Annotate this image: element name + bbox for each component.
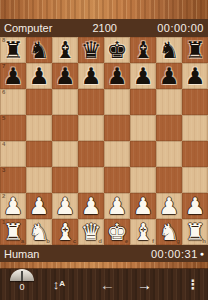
square-e7[interactable]: ♟: [104, 63, 130, 89]
turn-indicator-dot: ●: [200, 250, 204, 257]
chess-board: 8♜♞♝♛♚♝♞♜7♟♟♟♟♟♟♟♟65432♟♟♟♟♟♟♟♟1a♜b♞c♝d♛…: [0, 37, 208, 245]
square-d5[interactable]: [78, 115, 104, 141]
square-f4[interactable]: [130, 141, 156, 167]
square-a5[interactable]: 5: [0, 115, 26, 141]
square-h5[interactable]: [182, 115, 208, 141]
opponent-rating: 2100: [52, 22, 157, 34]
square-h1[interactable]: h♜: [182, 219, 208, 245]
player-bar: Human 00:00:31 ●: [0, 245, 208, 262]
square-c8[interactable]: ♝: [52, 37, 78, 63]
piece-black-queen[interactable]: ♛: [81, 37, 102, 63]
piece-white-pawn[interactable]: ♟: [29, 193, 50, 219]
square-g5[interactable]: [156, 115, 182, 141]
square-f7[interactable]: ♟: [130, 63, 156, 89]
square-a7[interactable]: 7♟: [0, 63, 26, 89]
piece-white-bishop[interactable]: ♝: [133, 219, 154, 245]
rank-label-4: 4: [2, 141, 5, 148]
square-d6[interactable]: [78, 89, 104, 115]
piece-black-pawn[interactable]: ♟: [185, 63, 206, 89]
square-f3[interactable]: [130, 167, 156, 193]
piece-white-pawn[interactable]: ♟: [159, 193, 180, 219]
eval-gauge: 0: [0, 269, 44, 292]
square-c3[interactable]: [52, 167, 78, 193]
square-d4[interactable]: [78, 141, 104, 167]
square-a1[interactable]: 1a♜: [0, 219, 26, 245]
square-g7[interactable]: ♟: [156, 63, 182, 89]
piece-black-king[interactable]: ♚: [107, 37, 128, 63]
square-g1[interactable]: g♞: [156, 219, 182, 245]
piece-black-rook[interactable]: ♜: [185, 37, 206, 63]
rank-label-1: 1: [2, 219, 5, 226]
file-label-c: c: [73, 238, 76, 245]
square-f2[interactable]: ♟: [130, 193, 156, 219]
piece-black-bishop[interactable]: ♝: [133, 37, 154, 63]
piece-white-pawn[interactable]: ♟: [133, 193, 154, 219]
square-h3[interactable]: [182, 167, 208, 193]
square-b2[interactable]: ♟: [26, 193, 52, 219]
square-h6[interactable]: [182, 89, 208, 115]
square-c6[interactable]: [52, 89, 78, 115]
piece-black-pawn[interactable]: ♟: [55, 63, 76, 89]
square-d7[interactable]: ♟: [78, 63, 104, 89]
square-a2[interactable]: 2♟: [0, 193, 26, 219]
square-e1[interactable]: e♚: [104, 219, 130, 245]
rank-label-6: 6: [2, 89, 5, 96]
square-b5[interactable]: [26, 115, 52, 141]
player-clock: 00:00:31: [151, 248, 198, 260]
square-f8[interactable]: ♝: [130, 37, 156, 63]
square-e8[interactable]: ♚: [104, 37, 130, 63]
piece-black-pawn[interactable]: ♟: [107, 63, 128, 89]
square-a3[interactable]: 3: [0, 167, 26, 193]
file-label-h: h: [202, 238, 206, 245]
rank-label-8: 8: [2, 37, 5, 44]
square-e4[interactable]: [104, 141, 130, 167]
player-name: Human: [4, 248, 39, 260]
square-g4[interactable]: [156, 141, 182, 167]
square-h7[interactable]: ♟: [182, 63, 208, 89]
square-e6[interactable]: [104, 89, 130, 115]
square-d8[interactable]: ♛: [78, 37, 104, 63]
file-label-d: d: [98, 238, 102, 245]
piece-black-rook[interactable]: ♜: [3, 37, 24, 63]
square-a6[interactable]: 6: [0, 89, 26, 115]
square-c2[interactable]: ♟: [52, 193, 78, 219]
chess-app: Computer 2100 00:00:00 8♜♞♝♛♚♝♞♜7♟♟♟♟♟♟♟…: [0, 0, 208, 300]
square-g2[interactable]: ♟: [156, 193, 182, 219]
piece-black-pawn[interactable]: ♟: [81, 63, 102, 89]
piece-black-pawn[interactable]: ♟: [133, 63, 154, 89]
move-navigation: ← →: [74, 277, 178, 293]
square-e2[interactable]: ♟: [104, 193, 130, 219]
eval-gauge-icon: [10, 269, 34, 281]
square-b7[interactable]: ♟: [26, 63, 52, 89]
square-h8[interactable]: ♜: [182, 37, 208, 63]
square-a8[interactable]: 8♜: [0, 37, 26, 63]
square-e3[interactable]: [104, 167, 130, 193]
square-g3[interactable]: [156, 167, 182, 193]
square-h4[interactable]: [182, 141, 208, 167]
eval-gauge-needle: [21, 271, 23, 281]
square-c4[interactable]: [52, 141, 78, 167]
wood-background-top: [0, 0, 208, 19]
piece-black-knight[interactable]: ♞: [29, 37, 50, 63]
rank-label-2: 2: [2, 193, 5, 200]
square-h2[interactable]: ♟: [182, 193, 208, 219]
square-c1[interactable]: c♝: [52, 219, 78, 245]
square-d1[interactable]: d♛: [78, 219, 104, 245]
file-label-a: a: [21, 238, 24, 245]
square-d2[interactable]: ♟: [78, 193, 104, 219]
flip-auto-label: A: [59, 279, 65, 288]
square-g8[interactable]: ♞: [156, 37, 182, 63]
piece-black-pawn[interactable]: ♟: [29, 63, 50, 89]
square-b4[interactable]: [26, 141, 52, 167]
undo-move-button[interactable]: ←: [100, 277, 115, 293]
piece-white-pawn[interactable]: ♟: [55, 193, 76, 219]
square-b1[interactable]: b♞: [26, 219, 52, 245]
opponent-bar: Computer 2100 00:00:00: [0, 19, 208, 37]
rank-label-7: 7: [2, 63, 5, 70]
piece-white-pawn[interactable]: ♟: [185, 193, 206, 219]
file-label-g: g: [176, 238, 180, 245]
square-a4[interactable]: 4: [0, 141, 26, 167]
square-c7[interactable]: ♟: [52, 63, 78, 89]
piece-white-pawn[interactable]: ♟: [81, 193, 102, 219]
piece-black-knight[interactable]: ♞: [159, 37, 180, 63]
square-f6[interactable]: [130, 89, 156, 115]
bottom-toolbar: 0 ↕A ← → ⋮: [0, 262, 208, 300]
square-b6[interactable]: [26, 89, 52, 115]
opponent-clock: 00:00:00: [157, 22, 204, 34]
rank-label-5: 5: [2, 115, 5, 122]
square-e5[interactable]: [104, 115, 130, 141]
file-label-f: f: [152, 238, 154, 245]
piece-white-pawn[interactable]: ♟: [107, 193, 128, 219]
piece-black-pawn[interactable]: ♟: [159, 63, 180, 89]
opponent-name: Computer: [4, 22, 52, 34]
menu-button[interactable]: ⋮: [178, 277, 208, 292]
square-f1[interactable]: f♝: [130, 219, 156, 245]
auto-flip-button[interactable]: ↕A: [44, 277, 74, 292]
eval-gauge-value: 0: [19, 283, 24, 292]
square-b3[interactable]: [26, 167, 52, 193]
square-g6[interactable]: [156, 89, 182, 115]
toolbar-bar: 0 ↕A ← → ⋮: [0, 269, 208, 300]
piece-black-bishop[interactable]: ♝: [55, 37, 76, 63]
file-label-e: e: [125, 238, 128, 245]
square-b8[interactable]: ♞: [26, 37, 52, 63]
rank-label-3: 3: [2, 167, 5, 174]
piece-white-pawn[interactable]: ♟: [3, 193, 24, 219]
file-label-b: b: [46, 238, 50, 245]
square-c5[interactable]: [52, 115, 78, 141]
square-d3[interactable]: [78, 167, 104, 193]
piece-black-pawn[interactable]: ♟: [3, 63, 24, 89]
redo-move-button[interactable]: →: [137, 277, 152, 293]
square-f5[interactable]: [130, 115, 156, 141]
